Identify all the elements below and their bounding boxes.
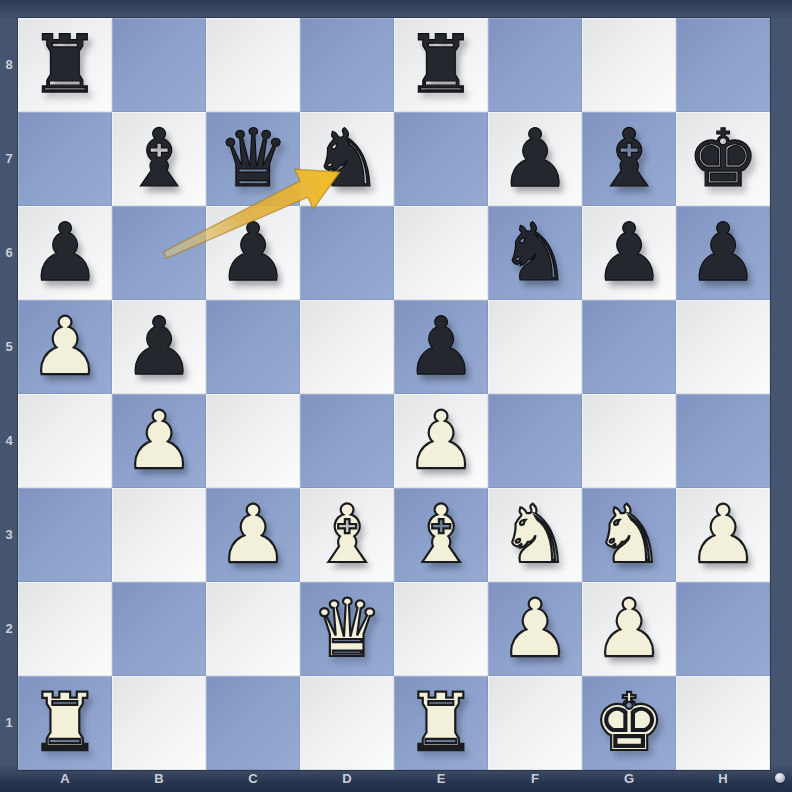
square-h8[interactable] (676, 18, 770, 112)
square-g8[interactable] (582, 18, 676, 112)
piece-white-pawn[interactable]: ♟ (29, 300, 101, 394)
square-b6[interactable] (112, 206, 206, 300)
square-c1[interactable] (206, 676, 300, 770)
square-a3[interactable] (18, 488, 112, 582)
piece-black-pawn[interactable]: ♟ (217, 206, 289, 300)
file-labels: ABCDEFGH (18, 770, 770, 787)
rank-label-8: 8 (0, 18, 18, 112)
square-f7[interactable]: ♟ (488, 112, 582, 206)
square-d6[interactable] (300, 206, 394, 300)
square-h3[interactable]: ♟ (676, 488, 770, 582)
square-f4[interactable] (488, 394, 582, 488)
square-a1[interactable]: ♜ (18, 676, 112, 770)
square-d7[interactable]: ♞ (300, 112, 394, 206)
chess-board-frame: 87654321 ♜♜♝♛♞♟♝♚♟♟♞♟♟♟♟♟♟♟♟♝♝♞♞♟♛♟♟♜♜♚ … (0, 0, 792, 792)
piece-black-pawn[interactable]: ♟ (499, 112, 571, 206)
square-b2[interactable] (112, 582, 206, 676)
square-c7[interactable]: ♛ (206, 112, 300, 206)
piece-white-pawn[interactable]: ♟ (217, 488, 289, 582)
file-label-e: E (394, 770, 488, 787)
square-a6[interactable]: ♟ (18, 206, 112, 300)
piece-white-rook[interactable]: ♜ (405, 676, 477, 770)
square-e4[interactable]: ♟ (394, 394, 488, 488)
piece-white-king[interactable]: ♚ (593, 676, 665, 770)
square-f5[interactable] (488, 300, 582, 394)
square-d8[interactable] (300, 18, 394, 112)
file-label-f: F (488, 770, 582, 787)
rank-label-5: 5 (0, 300, 18, 394)
piece-white-knight[interactable]: ♞ (593, 488, 665, 582)
square-h2[interactable] (676, 582, 770, 676)
square-d3[interactable]: ♝ (300, 488, 394, 582)
square-g6[interactable]: ♟ (582, 206, 676, 300)
square-f6[interactable]: ♞ (488, 206, 582, 300)
file-label-h: H (676, 770, 770, 787)
square-e6[interactable] (394, 206, 488, 300)
piece-black-queen[interactable]: ♛ (217, 112, 289, 206)
square-c8[interactable] (206, 18, 300, 112)
square-d2[interactable]: ♛ (300, 582, 394, 676)
resize-grip[interactable] (775, 773, 785, 783)
square-e2[interactable] (394, 582, 488, 676)
file-label-g: G (582, 770, 676, 787)
piece-white-pawn[interactable]: ♟ (687, 488, 759, 582)
square-g3[interactable]: ♞ (582, 488, 676, 582)
square-c6[interactable]: ♟ (206, 206, 300, 300)
piece-black-bishop[interactable]: ♝ (593, 112, 665, 206)
square-a8[interactable]: ♜ (18, 18, 112, 112)
piece-black-bishop[interactable]: ♝ (123, 112, 195, 206)
square-e3[interactable]: ♝ (394, 488, 488, 582)
piece-black-rook[interactable]: ♜ (29, 18, 101, 112)
file-label-c: C (206, 770, 300, 787)
square-b3[interactable] (112, 488, 206, 582)
rank-label-6: 6 (0, 206, 18, 300)
square-c4[interactable] (206, 394, 300, 488)
rank-label-4: 4 (0, 394, 18, 488)
piece-white-queen[interactable]: ♛ (311, 582, 383, 676)
square-h6[interactable]: ♟ (676, 206, 770, 300)
chess-board: ♜♜♝♛♞♟♝♚♟♟♞♟♟♟♟♟♟♟♟♝♝♞♞♟♛♟♟♜♜♚ (18, 18, 770, 770)
square-d4[interactable] (300, 394, 394, 488)
square-g1[interactable]: ♚ (582, 676, 676, 770)
piece-black-knight[interactable]: ♞ (311, 112, 383, 206)
square-b5[interactable]: ♟ (112, 300, 206, 394)
piece-white-pawn[interactable]: ♟ (123, 394, 195, 488)
square-f2[interactable]: ♟ (488, 582, 582, 676)
square-c2[interactable] (206, 582, 300, 676)
square-g4[interactable] (582, 394, 676, 488)
square-e7[interactable] (394, 112, 488, 206)
square-a4[interactable] (18, 394, 112, 488)
square-h1[interactable] (676, 676, 770, 770)
piece-black-pawn[interactable]: ♟ (593, 206, 665, 300)
square-f1[interactable] (488, 676, 582, 770)
piece-white-pawn[interactable]: ♟ (499, 582, 571, 676)
square-g2[interactable]: ♟ (582, 582, 676, 676)
piece-white-bishop[interactable]: ♝ (311, 488, 383, 582)
square-b7[interactable]: ♝ (112, 112, 206, 206)
square-f3[interactable]: ♞ (488, 488, 582, 582)
piece-black-pawn[interactable]: ♟ (123, 300, 195, 394)
piece-black-pawn[interactable]: ♟ (405, 300, 477, 394)
file-label-a: A (18, 770, 112, 787)
square-d1[interactable] (300, 676, 394, 770)
square-e8[interactable]: ♜ (394, 18, 488, 112)
piece-white-bishop[interactable]: ♝ (405, 488, 477, 582)
file-label-b: B (112, 770, 206, 787)
rank-labels: 87654321 (0, 18, 18, 770)
square-h7[interactable]: ♚ (676, 112, 770, 206)
piece-white-pawn[interactable]: ♟ (593, 582, 665, 676)
piece-black-pawn[interactable]: ♟ (29, 206, 101, 300)
rank-label-1: 1 (0, 676, 18, 770)
piece-white-rook[interactable]: ♜ (29, 676, 101, 770)
rank-label-7: 7 (0, 112, 18, 206)
piece-white-knight[interactable]: ♞ (499, 488, 571, 582)
square-h4[interactable] (676, 394, 770, 488)
square-c5[interactable] (206, 300, 300, 394)
rank-label-3: 3 (0, 488, 18, 582)
square-b8[interactable] (112, 18, 206, 112)
square-b4[interactable]: ♟ (112, 394, 206, 488)
square-b1[interactable] (112, 676, 206, 770)
rank-label-2: 2 (0, 582, 18, 676)
square-e5[interactable]: ♟ (394, 300, 488, 394)
square-c3[interactable]: ♟ (206, 488, 300, 582)
square-g7[interactable]: ♝ (582, 112, 676, 206)
piece-black-rook[interactable]: ♜ (405, 18, 477, 112)
square-a5[interactable]: ♟ (18, 300, 112, 394)
piece-white-pawn[interactable]: ♟ (405, 394, 477, 488)
square-a2[interactable] (18, 582, 112, 676)
square-d5[interactable] (300, 300, 394, 394)
square-a7[interactable] (18, 112, 112, 206)
square-g5[interactable] (582, 300, 676, 394)
piece-black-pawn[interactable]: ♟ (687, 206, 759, 300)
piece-black-knight[interactable]: ♞ (499, 206, 571, 300)
piece-black-king[interactable]: ♚ (687, 112, 759, 206)
square-e1[interactable]: ♜ (394, 676, 488, 770)
file-label-d: D (300, 770, 394, 787)
square-f8[interactable] (488, 18, 582, 112)
square-h5[interactable] (676, 300, 770, 394)
